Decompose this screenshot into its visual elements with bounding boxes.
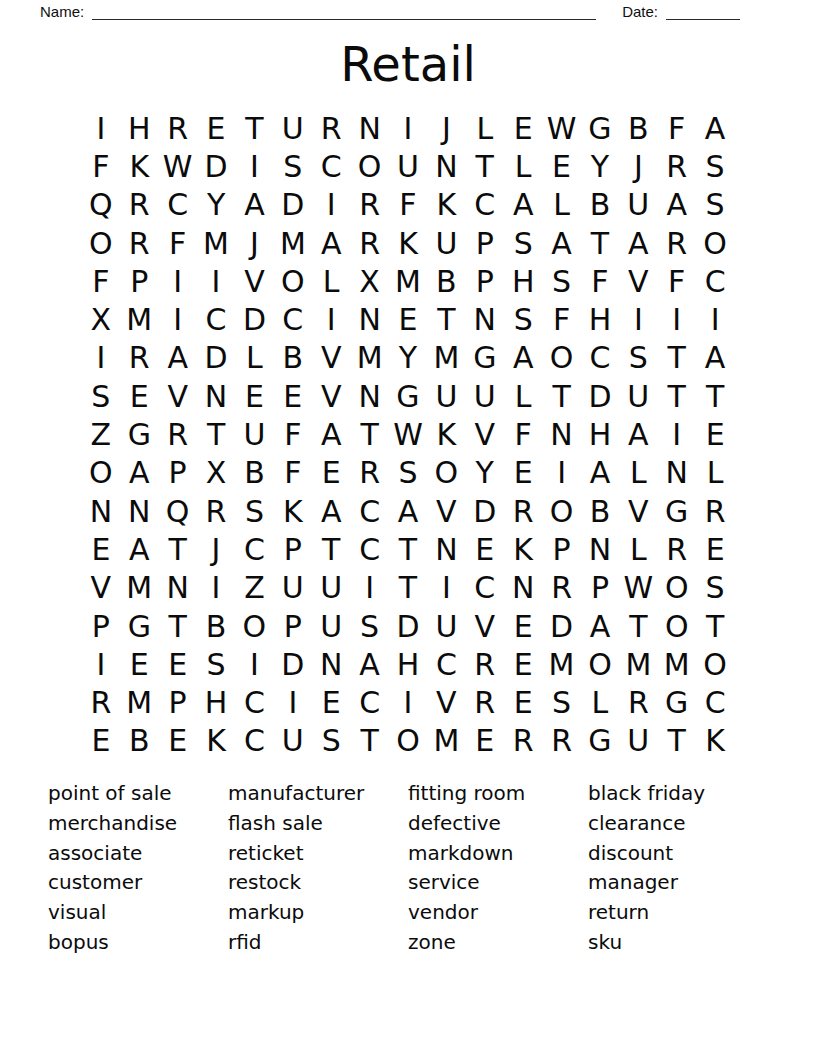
grid-cell[interactable]: L xyxy=(504,377,542,415)
grid-cell[interactable]: W xyxy=(158,147,196,185)
grid-cell[interactable]: K xyxy=(504,530,542,568)
grid-cell[interactable]: T xyxy=(158,607,196,645)
grid-cell[interactable]: J xyxy=(235,224,273,262)
grid-cell[interactable]: R xyxy=(312,109,350,147)
grid-cell[interactable]: N xyxy=(197,377,235,415)
grid-cell[interactable]: M xyxy=(542,645,580,683)
grid-cell[interactable]: T xyxy=(235,109,273,147)
grid-cell[interactable]: E xyxy=(158,645,196,683)
grid-cell[interactable]: F xyxy=(658,262,696,300)
grid-cell[interactable]: H xyxy=(581,300,619,338)
grid-cell[interactable]: E xyxy=(696,415,734,453)
grid-cell[interactable]: F xyxy=(158,224,196,262)
grid-cell[interactable]: B xyxy=(427,262,465,300)
grid-cell[interactable]: E xyxy=(312,454,350,492)
grid-cell[interactable]: S xyxy=(504,224,542,262)
word-item: restock xyxy=(228,868,408,898)
grid-cell[interactable]: U xyxy=(274,109,312,147)
grid-cell[interactable]: I xyxy=(82,109,120,147)
grid-cell[interactable]: C xyxy=(235,722,273,760)
grid-cell[interactable]: R xyxy=(542,569,580,607)
grid-cell[interactable]: A xyxy=(312,492,350,530)
grid-cell[interactable]: S xyxy=(235,492,273,530)
grid-cell[interactable]: E xyxy=(274,377,312,415)
grid-cell[interactable]: C xyxy=(235,683,273,721)
grid-cell[interactable]: O xyxy=(389,722,427,760)
grid-cell[interactable]: T xyxy=(696,607,734,645)
grid-cell[interactable]: R xyxy=(120,224,158,262)
grid-cell[interactable]: E xyxy=(696,530,734,568)
grid-cell[interactable]: V xyxy=(427,492,465,530)
grid-cell[interactable]: N xyxy=(350,377,388,415)
grid-cell[interactable]: I xyxy=(312,186,350,224)
grid-cell[interactable]: O xyxy=(82,454,120,492)
grid-cell[interactable]: R xyxy=(696,492,734,530)
grid-cell[interactable]: G xyxy=(658,492,696,530)
grid-cell[interactable]: A xyxy=(504,186,542,224)
grid-cell[interactable]: I xyxy=(427,569,465,607)
grid-cell[interactable]: K xyxy=(389,224,427,262)
grid-cell[interactable]: P xyxy=(274,607,312,645)
grid-cell[interactable]: Y xyxy=(197,186,235,224)
grid-cell[interactable]: G xyxy=(466,339,504,377)
grid-cell[interactable]: G xyxy=(658,683,696,721)
grid-cell[interactable]: E xyxy=(235,377,273,415)
grid-cell[interactable]: K xyxy=(120,147,158,185)
grid-cell[interactable]: U xyxy=(619,722,657,760)
grid-cell[interactable]: R xyxy=(120,339,158,377)
grid-cell[interactable]: G xyxy=(389,377,427,415)
grid-cell[interactable]: C xyxy=(581,339,619,377)
grid-cell[interactable]: E xyxy=(504,645,542,683)
grid-cell[interactable]: C xyxy=(235,530,273,568)
grid-cell[interactable]: N xyxy=(581,530,619,568)
grid-cell[interactable]: T xyxy=(466,147,504,185)
word-item: bopus xyxy=(48,928,228,958)
grid-cell[interactable]: C xyxy=(350,530,388,568)
grid-cell[interactable]: I xyxy=(82,339,120,377)
grid-cell[interactable]: A xyxy=(504,339,542,377)
grid-cell[interactable]: C xyxy=(696,262,734,300)
grid-cell[interactable]: K xyxy=(427,186,465,224)
grid-cell[interactable]: A xyxy=(619,415,657,453)
grid-cell[interactable]: T xyxy=(542,377,580,415)
grid-cell[interactable]: C xyxy=(350,492,388,530)
grid-cell[interactable]: O xyxy=(581,645,619,683)
grid-cell[interactable]: F xyxy=(82,147,120,185)
grid-cell[interactable]: U xyxy=(274,569,312,607)
grid-cell[interactable]: V xyxy=(466,415,504,453)
word-item: customer xyxy=(48,868,228,898)
grid-cell[interactable]: C xyxy=(466,569,504,607)
grid-cell[interactable]: L xyxy=(312,262,350,300)
grid-cell[interactable]: I xyxy=(658,300,696,338)
grid-cell[interactable]: B xyxy=(120,722,158,760)
grid-cell[interactable]: T xyxy=(658,377,696,415)
grid-cell[interactable]: U xyxy=(312,607,350,645)
grid-cell[interactable]: S xyxy=(542,262,580,300)
grid-cell[interactable]: W xyxy=(389,415,427,453)
grid-cell[interactable]: O xyxy=(696,645,734,683)
grid-cell[interactable]: M xyxy=(427,339,465,377)
grid-cell[interactable]: O xyxy=(427,454,465,492)
grid-cell[interactable]: O xyxy=(658,569,696,607)
grid-cell[interactable]: F xyxy=(82,262,120,300)
grid-cell[interactable]: T xyxy=(581,224,619,262)
grid-cell[interactable]: J xyxy=(619,147,657,185)
grid-cell[interactable]: T xyxy=(197,415,235,453)
grid-cell[interactable]: I xyxy=(235,645,273,683)
grid-cell[interactable]: A xyxy=(696,109,734,147)
grid-cell[interactable]: Y xyxy=(466,454,504,492)
grid-cell[interactable]: T xyxy=(312,530,350,568)
grid-cell[interactable]: V xyxy=(158,377,196,415)
grid-cell[interactable]: A xyxy=(350,645,388,683)
grid-cell[interactable]: S xyxy=(274,147,312,185)
grid-cell[interactable]: A xyxy=(658,186,696,224)
grid-cell[interactable]: O xyxy=(542,339,580,377)
grid-cell[interactable]: C xyxy=(158,186,196,224)
grid-cell[interactable]: D xyxy=(274,645,312,683)
grid-cell[interactable]: C xyxy=(197,300,235,338)
grid-cell[interactable]: M xyxy=(350,339,388,377)
grid-cell[interactable]: E xyxy=(82,722,120,760)
grid-cell[interactable]: I xyxy=(158,262,196,300)
grid-cell[interactable]: C xyxy=(696,683,734,721)
grid-cell[interactable]: S xyxy=(696,569,734,607)
grid-cell[interactable]: O xyxy=(274,262,312,300)
grid-cell[interactable]: L xyxy=(466,109,504,147)
grid-cell[interactable]: M xyxy=(619,645,657,683)
grid-cell[interactable]: R xyxy=(466,683,504,721)
grid-cell[interactable]: H xyxy=(581,415,619,453)
grid-cell[interactable]: M xyxy=(389,262,427,300)
grid-cell[interactable]: O xyxy=(658,607,696,645)
grid-cell[interactable]: E xyxy=(120,645,158,683)
grid-cell[interactable]: E xyxy=(158,722,196,760)
grid-cell[interactable]: N xyxy=(427,530,465,568)
grid-cell[interactable]: U xyxy=(619,186,657,224)
grid-cell[interactable]: K xyxy=(427,415,465,453)
grid-cell[interactable]: N xyxy=(82,492,120,530)
grid-cell[interactable]: J xyxy=(197,530,235,568)
grid-cell[interactable]: O xyxy=(235,607,273,645)
grid-cell[interactable]: R xyxy=(504,492,542,530)
grid-cell[interactable]: A xyxy=(158,339,196,377)
grid-cell[interactable]: U xyxy=(427,377,465,415)
grid-cell[interactable]: P xyxy=(158,454,196,492)
grid-cell[interactable]: V xyxy=(312,377,350,415)
grid-cell[interactable]: P xyxy=(158,683,196,721)
grid-cell[interactable]: E xyxy=(466,530,504,568)
grid-cell[interactable]: A xyxy=(120,530,158,568)
grid-cell[interactable]: C xyxy=(312,147,350,185)
grid-cell[interactable]: W xyxy=(619,569,657,607)
grid-cell[interactable]: L xyxy=(619,530,657,568)
grid-cell[interactable]: N xyxy=(504,569,542,607)
grid-cell[interactable]: F xyxy=(581,262,619,300)
grid-cell[interactable]: D xyxy=(235,300,273,338)
header: Name: Date: xyxy=(40,3,740,20)
grid-cell[interactable]: R xyxy=(658,224,696,262)
grid-cell[interactable]: R xyxy=(542,722,580,760)
grid-cell[interactable]: C xyxy=(274,300,312,338)
grid-cell[interactable]: B xyxy=(235,454,273,492)
grid-cell[interactable]: D xyxy=(197,147,235,185)
grid-cell[interactable]: E xyxy=(504,454,542,492)
grid-cell[interactable]: S xyxy=(82,377,120,415)
grid-cell[interactable]: K xyxy=(696,722,734,760)
grid-cell[interactable]: Q xyxy=(82,186,120,224)
grid-cell[interactable]: P xyxy=(274,530,312,568)
grid-cell[interactable]: E xyxy=(466,722,504,760)
grid-cell[interactable]: I xyxy=(274,683,312,721)
grid-cell[interactable]: T xyxy=(658,339,696,377)
grid-cell[interactable]: Z xyxy=(82,415,120,453)
grid-cell[interactable]: N xyxy=(158,569,196,607)
grid-cell[interactable]: P xyxy=(466,224,504,262)
word-item: merchandise xyxy=(48,809,228,839)
grid-cell[interactable]: Y xyxy=(581,147,619,185)
grid-cell[interactable]: M xyxy=(120,683,158,721)
grid-cell[interactable]: Q xyxy=(158,492,196,530)
grid-cell[interactable]: F xyxy=(274,415,312,453)
grid-cell[interactable]: D xyxy=(542,607,580,645)
grid-cell[interactable]: R xyxy=(158,109,196,147)
grid-cell[interactable]: V xyxy=(619,262,657,300)
grid-cell[interactable]: F xyxy=(274,454,312,492)
grid-cell[interactable]: U xyxy=(427,224,465,262)
grid-cell[interactable]: R xyxy=(619,683,657,721)
grid-cell[interactable]: S xyxy=(696,186,734,224)
grid-cell[interactable]: H xyxy=(389,645,427,683)
grid-cell[interactable]: K xyxy=(197,722,235,760)
grid-cell[interactable]: N xyxy=(350,109,388,147)
grid-cell[interactable]: S xyxy=(619,339,657,377)
grid-cell[interactable]: O xyxy=(696,224,734,262)
grid-cell[interactable]: U xyxy=(466,377,504,415)
grid-cell[interactable]: V xyxy=(312,339,350,377)
grid-cell[interactable]: R xyxy=(658,530,696,568)
grid-cell[interactable]: R xyxy=(350,186,388,224)
grid-cell[interactable]: D xyxy=(466,492,504,530)
grid-cell[interactable]: S xyxy=(350,607,388,645)
grid-cell[interactable]: O xyxy=(350,147,388,185)
grid-cell[interactable]: E xyxy=(504,607,542,645)
grid-cell[interactable]: I xyxy=(82,645,120,683)
grid-cell[interactable]: E xyxy=(542,147,580,185)
grid-cell[interactable]: T xyxy=(427,300,465,338)
grid-cell[interactable]: I xyxy=(197,569,235,607)
grid-cell[interactable]: D xyxy=(274,186,312,224)
grid-cell[interactable]: I xyxy=(235,147,273,185)
grid-cell[interactable]: U xyxy=(427,607,465,645)
grid-cell[interactable]: P xyxy=(82,607,120,645)
grid-cell[interactable]: T xyxy=(696,377,734,415)
grid-cell[interactable]: T xyxy=(389,530,427,568)
grid-cell[interactable]: M xyxy=(197,224,235,262)
grid-cell[interactable]: U xyxy=(274,722,312,760)
grid-cell[interactable]: V xyxy=(619,492,657,530)
grid-cell[interactable]: L xyxy=(235,339,273,377)
grid-cell[interactable]: V xyxy=(427,683,465,721)
grid-cell[interactable]: I xyxy=(389,109,427,147)
grid-cell[interactable]: N xyxy=(466,300,504,338)
grid-cell[interactable]: D xyxy=(389,607,427,645)
grid-cell[interactable]: B xyxy=(274,339,312,377)
grid-cell[interactable]: M xyxy=(658,645,696,683)
grid-cell[interactable]: D xyxy=(197,339,235,377)
grid-cell[interactable]: A xyxy=(120,454,158,492)
grid-cell[interactable]: E xyxy=(120,377,158,415)
grid-cell[interactable]: E xyxy=(504,683,542,721)
grid-cell[interactable]: N xyxy=(542,415,580,453)
grid-cell[interactable]: X xyxy=(82,300,120,338)
grid-cell[interactable]: H xyxy=(197,683,235,721)
grid-cell[interactable]: N xyxy=(120,492,158,530)
grid-cell[interactable]: R xyxy=(504,722,542,760)
grid-cell[interactable]: T xyxy=(619,607,657,645)
grid-cell[interactable]: I xyxy=(542,454,580,492)
grid-cell[interactable]: L xyxy=(696,454,734,492)
grid-cell[interactable]: N xyxy=(427,147,465,185)
grid-cell[interactable]: I xyxy=(350,569,388,607)
grid-cell[interactable]: R xyxy=(197,492,235,530)
grid-cell[interactable]: T xyxy=(350,722,388,760)
grid-cell[interactable]: W xyxy=(542,109,580,147)
grid-cell[interactable]: D xyxy=(581,377,619,415)
grid-cell[interactable]: B xyxy=(581,186,619,224)
grid-cell[interactable]: S xyxy=(504,300,542,338)
grid-cell[interactable]: O xyxy=(542,492,580,530)
grid-cell[interactable]: F xyxy=(658,109,696,147)
grid-cell[interactable]: V xyxy=(82,569,120,607)
grid-cell[interactable]: A xyxy=(389,492,427,530)
grid-cell[interactable]: J xyxy=(427,109,465,147)
grid-cell[interactable]: X xyxy=(350,262,388,300)
grid-cell[interactable]: X xyxy=(197,454,235,492)
grid-cell[interactable]: I xyxy=(389,683,427,721)
grid-cell[interactable]: R xyxy=(158,415,196,453)
grid-cell[interactable]: V xyxy=(235,262,273,300)
grid-cell[interactable]: P xyxy=(120,262,158,300)
grid-cell[interactable]: Y xyxy=(389,339,427,377)
grid-cell[interactable]: R xyxy=(350,454,388,492)
grid-cell[interactable]: G xyxy=(120,415,158,453)
grid-cell[interactable]: I xyxy=(619,300,657,338)
grid-cell[interactable]: E xyxy=(389,300,427,338)
grid-cell[interactable]: G xyxy=(581,722,619,760)
grid-cell[interactable]: P xyxy=(542,530,580,568)
grid-cell[interactable]: A xyxy=(581,454,619,492)
word-item: discount xyxy=(588,839,768,869)
grid-cell[interactable]: S xyxy=(197,645,235,683)
grid-cell[interactable]: L xyxy=(542,186,580,224)
grid-cell[interactable]: M xyxy=(427,722,465,760)
grid-cell[interactable]: P xyxy=(466,262,504,300)
grid-cell[interactable]: B xyxy=(197,607,235,645)
grid-cell[interactable]: N xyxy=(658,454,696,492)
grid-cell[interactable]: H xyxy=(504,262,542,300)
grid-cell[interactable]: K xyxy=(274,492,312,530)
grid-cell[interactable]: A xyxy=(619,224,657,262)
grid-cell[interactable]: R xyxy=(350,224,388,262)
grid-cell[interactable]: R xyxy=(120,186,158,224)
grid-cell[interactable]: S xyxy=(389,454,427,492)
grid-cell[interactable]: U xyxy=(389,147,427,185)
grid-cell[interactable]: U xyxy=(619,377,657,415)
grid-cell[interactable]: A xyxy=(696,339,734,377)
grid-cell[interactable]: L xyxy=(504,147,542,185)
grid-cell[interactable]: V xyxy=(466,607,504,645)
grid-cell[interactable]: S xyxy=(696,147,734,185)
grid-cell[interactable]: E xyxy=(82,530,120,568)
grid-cell[interactable]: O xyxy=(82,224,120,262)
grid-cell[interactable]: P xyxy=(581,569,619,607)
grid-cell[interactable]: I xyxy=(658,415,696,453)
grid-cell[interactable]: B xyxy=(619,109,657,147)
grid-cell[interactable]: Z xyxy=(235,569,273,607)
grid-cell[interactable]: U xyxy=(312,569,350,607)
grid-cell[interactable]: A xyxy=(312,415,350,453)
grid-cell[interactable]: A xyxy=(235,186,273,224)
grid-cell[interactable]: F xyxy=(504,415,542,453)
grid-cell[interactable]: L xyxy=(619,454,657,492)
grid-cell[interactable]: C xyxy=(350,683,388,721)
grid-cell[interactable]: I xyxy=(158,300,196,338)
name-field-line xyxy=(92,5,596,20)
grid-cell[interactable]: C xyxy=(466,186,504,224)
grid-cell[interactable]: A xyxy=(581,607,619,645)
grid-cell[interactable]: R xyxy=(82,683,120,721)
grid-cell[interactable]: T xyxy=(350,415,388,453)
grid-cell[interactable]: B xyxy=(581,492,619,530)
grid-cell[interactable]: I xyxy=(696,300,734,338)
grid-cell[interactable]: R xyxy=(466,645,504,683)
grid-cell[interactable]: M xyxy=(120,300,158,338)
grid-cell[interactable]: N xyxy=(312,645,350,683)
grid-cell[interactable]: S xyxy=(312,722,350,760)
date-label: Date: xyxy=(622,3,658,20)
grid-cell[interactable]: E xyxy=(312,683,350,721)
grid-cell[interactable]: F xyxy=(542,300,580,338)
grid-cell[interactable]: H xyxy=(120,109,158,147)
grid-cell[interactable]: M xyxy=(274,224,312,262)
grid-cell[interactable]: G xyxy=(120,607,158,645)
grid-cell[interactable]: R xyxy=(658,147,696,185)
grid-cell[interactable]: T xyxy=(658,722,696,760)
word-item: defective xyxy=(408,809,588,839)
grid-cell[interactable]: A xyxy=(542,224,580,262)
grid-cell[interactable]: G xyxy=(581,109,619,147)
grid-cell[interactable]: E xyxy=(504,109,542,147)
word-item: associate xyxy=(48,839,228,869)
grid-cell[interactable]: T xyxy=(389,569,427,607)
grid-cell[interactable]: N xyxy=(350,300,388,338)
grid-cell[interactable]: A xyxy=(312,224,350,262)
grid-cell[interactable]: T xyxy=(158,530,196,568)
grid-cell[interactable]: S xyxy=(542,683,580,721)
grid-cell[interactable]: F xyxy=(389,186,427,224)
grid-cell[interactable]: E xyxy=(197,109,235,147)
grid-cell[interactable]: C xyxy=(427,645,465,683)
word-column: manufacturerflash salereticketrestockmar… xyxy=(228,779,408,958)
grid-cell[interactable]: L xyxy=(581,683,619,721)
grid-cell[interactable]: M xyxy=(120,569,158,607)
grid-cell[interactable]: I xyxy=(197,262,235,300)
grid-cell[interactable]: U xyxy=(235,415,273,453)
grid-cell[interactable]: I xyxy=(312,300,350,338)
